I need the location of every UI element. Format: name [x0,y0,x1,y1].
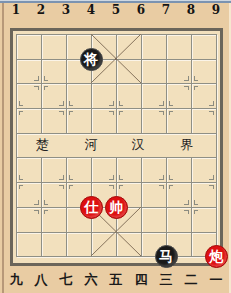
bottom-file-label-1: 一 [207,272,225,288]
piece-glyph: 炮 [209,249,223,263]
palace-center-dot [115,58,117,60]
bottom-file-label-9: 九 [7,272,25,288]
bottom-file-label-8: 八 [32,272,50,288]
bottom-file-label-3: 三 [157,272,175,288]
piece-black-general[interactable]: 将 [80,48,103,71]
piece-glyph: 将 [84,52,98,66]
bottom-file-label-5: 五 [107,272,125,288]
piece-black-horse[interactable]: 马 [155,245,178,268]
river-label-jie: 界 [178,137,196,153]
bottom-file-label-2: 二 [182,272,200,288]
piece-glyph: 马 [159,249,173,263]
xiangqi-app: 1 2 3 4 5 6 7 8 9 楚 河 汉 界 将 仕 帅 马 炮 九 八 … [0,0,231,293]
piece-glyph: 仕 [84,200,98,214]
piece-red-advisor[interactable]: 仕 [80,196,103,219]
river-label-chu: 楚 [33,137,51,153]
piece-red-cannon[interactable]: 炮 [205,245,228,268]
bottom-file-label-7: 七 [57,272,75,288]
piece-red-general[interactable]: 帅 [105,196,128,219]
river-label-he: 河 [82,137,100,153]
bottom-file-label-6: 六 [82,272,100,288]
river-label-han: 汉 [129,137,147,153]
piece-glyph: 帅 [109,200,123,214]
bottom-file-label-4: 四 [132,272,150,288]
